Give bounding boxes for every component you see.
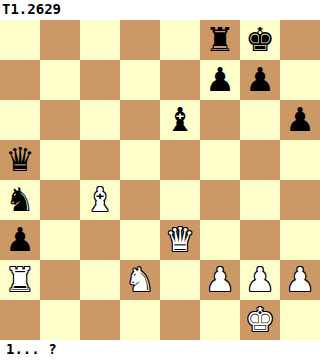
- square-c7[interactable]: [80, 60, 120, 100]
- square-b4[interactable]: [40, 180, 80, 220]
- square-a5[interactable]: ♛: [0, 140, 40, 180]
- square-h3[interactable]: [280, 220, 320, 260]
- square-b6[interactable]: [40, 100, 80, 140]
- square-e6[interactable]: ♝: [160, 100, 200, 140]
- square-e7[interactable]: [160, 60, 200, 100]
- square-e5[interactable]: [160, 140, 200, 180]
- square-h7[interactable]: [280, 60, 320, 100]
- square-d3[interactable]: [120, 220, 160, 260]
- square-c6[interactable]: [80, 100, 120, 140]
- black-bishop[interactable]: ♝: [165, 100, 195, 140]
- square-d2[interactable]: ♞: [120, 260, 160, 300]
- square-g5[interactable]: [240, 140, 280, 180]
- square-c8[interactable]: [80, 20, 120, 60]
- puzzle-id-title: T1.2629: [0, 0, 320, 20]
- square-a3[interactable]: ♟: [0, 220, 40, 260]
- black-pawn[interactable]: ♟: [5, 220, 35, 260]
- white-rook[interactable]: ♜: [5, 260, 35, 300]
- square-c4[interactable]: ♝: [80, 180, 120, 220]
- square-d1[interactable]: [120, 300, 160, 340]
- square-c3[interactable]: [80, 220, 120, 260]
- black-pawn[interactable]: ♟: [205, 60, 235, 100]
- white-queen[interactable]: ♛: [165, 220, 195, 260]
- square-e2[interactable]: [160, 260, 200, 300]
- black-queen[interactable]: ♛: [5, 140, 35, 180]
- square-c1[interactable]: [80, 300, 120, 340]
- black-king[interactable]: ♚: [245, 20, 275, 60]
- square-d4[interactable]: [120, 180, 160, 220]
- square-g1[interactable]: ♚: [240, 300, 280, 340]
- square-f7[interactable]: ♟: [200, 60, 240, 100]
- square-f1[interactable]: [200, 300, 240, 340]
- white-pawn[interactable]: ♟: [285, 260, 315, 300]
- square-a6[interactable]: [0, 100, 40, 140]
- square-g6[interactable]: [240, 100, 280, 140]
- black-pawn[interactable]: ♟: [245, 60, 275, 100]
- square-b7[interactable]: [40, 60, 80, 100]
- square-e8[interactable]: [160, 20, 200, 60]
- square-e4[interactable]: [160, 180, 200, 220]
- square-b5[interactable]: [40, 140, 80, 180]
- square-a8[interactable]: [0, 20, 40, 60]
- square-f2[interactable]: ♟: [200, 260, 240, 300]
- square-d8[interactable]: [120, 20, 160, 60]
- move-prompt: 1... ?: [0, 340, 320, 360]
- square-g3[interactable]: [240, 220, 280, 260]
- square-g2[interactable]: ♟: [240, 260, 280, 300]
- square-b1[interactable]: [40, 300, 80, 340]
- square-b3[interactable]: [40, 220, 80, 260]
- white-king[interactable]: ♚: [245, 300, 275, 340]
- square-a1[interactable]: [0, 300, 40, 340]
- square-d6[interactable]: [120, 100, 160, 140]
- square-f3[interactable]: [200, 220, 240, 260]
- square-h8[interactable]: [280, 20, 320, 60]
- square-g7[interactable]: ♟: [240, 60, 280, 100]
- square-e3[interactable]: ♛: [160, 220, 200, 260]
- white-pawn[interactable]: ♟: [205, 260, 235, 300]
- square-h4[interactable]: [280, 180, 320, 220]
- square-h2[interactable]: ♟: [280, 260, 320, 300]
- square-f5[interactable]: [200, 140, 240, 180]
- square-d7[interactable]: [120, 60, 160, 100]
- white-pawn[interactable]: ♟: [245, 260, 275, 300]
- black-pawn[interactable]: ♟: [285, 100, 315, 140]
- square-f4[interactable]: [200, 180, 240, 220]
- square-h1[interactable]: [280, 300, 320, 340]
- square-g4[interactable]: [240, 180, 280, 220]
- white-bishop[interactable]: ♝: [85, 180, 115, 220]
- square-f6[interactable]: [200, 100, 240, 140]
- square-e1[interactable]: [160, 300, 200, 340]
- square-c5[interactable]: [80, 140, 120, 180]
- chess-board[interactable]: ♜♚♟♟♝♟♛♞♝♟♛♜♞♟♟♟♚: [0, 20, 320, 340]
- square-b2[interactable]: [40, 260, 80, 300]
- square-b8[interactable]: [40, 20, 80, 60]
- square-a7[interactable]: [0, 60, 40, 100]
- square-f8[interactable]: ♜: [200, 20, 240, 60]
- square-a4[interactable]: ♞: [0, 180, 40, 220]
- square-h6[interactable]: ♟: [280, 100, 320, 140]
- square-d5[interactable]: [120, 140, 160, 180]
- white-knight[interactable]: ♞: [125, 260, 155, 300]
- square-g8[interactable]: ♚: [240, 20, 280, 60]
- black-rook[interactable]: ♜: [205, 20, 235, 60]
- square-h5[interactable]: [280, 140, 320, 180]
- square-a2[interactable]: ♜: [0, 260, 40, 300]
- black-knight[interactable]: ♞: [5, 180, 35, 220]
- square-c2[interactable]: [80, 260, 120, 300]
